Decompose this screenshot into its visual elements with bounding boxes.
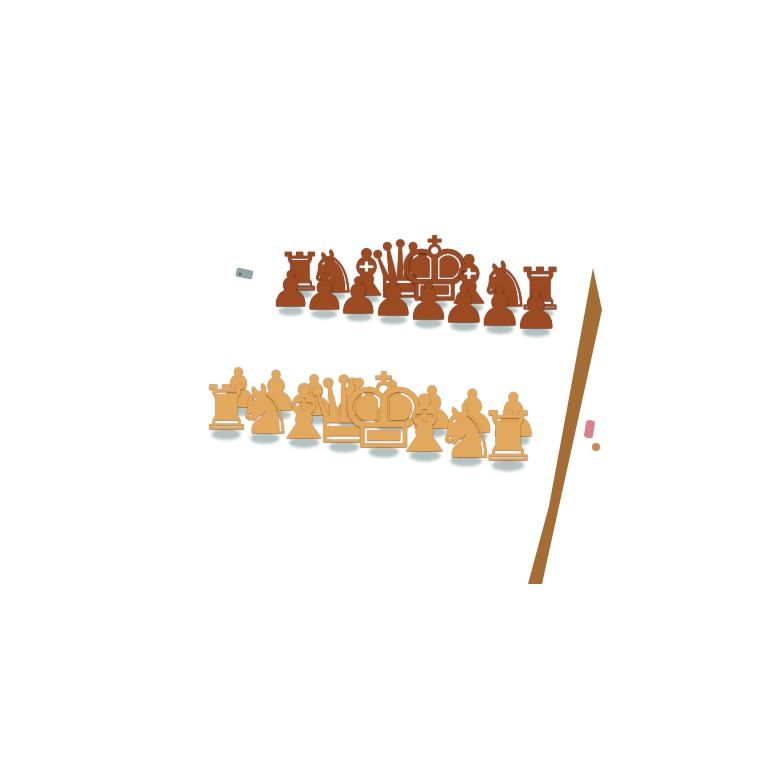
left-clasp <box>235 267 253 279</box>
carved-slat-motif <box>542 460 549 470</box>
carved-slat-motif <box>559 372 566 380</box>
carved-circ-motif <box>244 287 254 293</box>
square-e6[interactable] <box>401 329 440 350</box>
carved-circ-motif <box>232 312 242 318</box>
carved-ros-motif <box>271 228 284 235</box>
carved-slat-motif <box>548 429 555 438</box>
carved-ros-motif <box>432 474 447 485</box>
square-g6[interactable] <box>473 335 512 356</box>
carved-circ-motif <box>256 264 266 270</box>
carved-ros-motif <box>531 490 546 501</box>
piece-black-pawn-h7[interactable]: ♟ <box>512 283 560 337</box>
carved-ros-motif <box>517 488 532 499</box>
carved-slat-motif <box>553 400 560 409</box>
carved-circ-motif <box>560 359 570 366</box>
carved-circ-motif <box>571 307 580 313</box>
carved-caps-motif <box>490 484 516 495</box>
carved-slat-motif <box>229 324 235 332</box>
square-a6[interactable] <box>263 317 303 337</box>
square-h6[interactable] <box>510 339 548 361</box>
pieces-layer: ♜♞♝♛♚♝♞♜♟♟♟♟♟♟♟♟♟♟♟♟♟♟♟♟♜♞♝♛♚♝♞♜ <box>0 0 772 771</box>
carved-circ-motif <box>291 232 301 237</box>
carved-circ-motif <box>555 386 565 393</box>
carved-circ-motif <box>220 337 231 344</box>
square-a5[interactable] <box>253 336 294 357</box>
square-d6[interactable] <box>366 326 406 347</box>
carved-slat-motif <box>241 299 247 307</box>
square-b6[interactable] <box>297 320 337 340</box>
carved-caps-motif <box>405 471 431 482</box>
square-f5[interactable] <box>430 351 470 373</box>
carved-circ-motif <box>549 415 559 422</box>
carved-slat-motif <box>252 275 258 282</box>
square-g5[interactable] <box>467 355 507 377</box>
right-clasp <box>584 419 600 451</box>
carved-ros-motif <box>576 269 588 277</box>
carved-ros-motif <box>172 433 188 443</box>
carved-circ-motif <box>543 445 553 453</box>
carved-caps-motif <box>448 477 474 488</box>
carved-circ-motif <box>266 241 276 247</box>
carved-circ-motif <box>575 283 584 289</box>
chess-box-scene: ♜♞♝♛♚♝♞♜♟♟♟♟♟♟♟♟♟♟♟♟♟♟♟♟♜♞♝♛♚♝♞♜ <box>0 0 772 771</box>
square-c6[interactable] <box>331 323 371 343</box>
carved-slat-motif <box>189 405 196 414</box>
square-h5[interactable] <box>505 358 544 381</box>
carved-circ-motif <box>566 332 575 338</box>
carved-slat-motif <box>263 252 268 259</box>
carved-slat-motif <box>564 345 571 353</box>
piece-white-rook-h1[interactable]: ♜ <box>478 404 539 472</box>
carved-slat-motif <box>569 319 576 327</box>
carved-slat-motif <box>574 294 581 301</box>
square-f6[interactable] <box>437 332 476 353</box>
carved-ros-motif <box>474 481 489 492</box>
